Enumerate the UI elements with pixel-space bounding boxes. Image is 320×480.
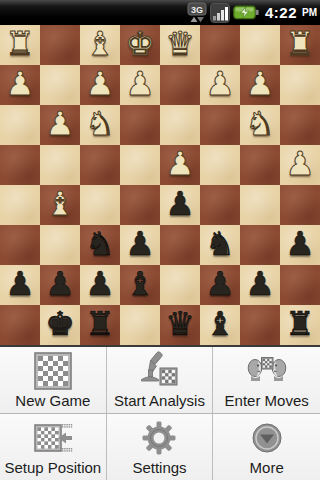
status-time-period: PM: [302, 7, 317, 18]
square-h6[interactable]: [0, 225, 40, 265]
square-d1[interactable]: ♛: [160, 25, 200, 65]
square-h8[interactable]: [0, 305, 40, 345]
square-c6[interactable]: ♞: [200, 225, 240, 265]
square-a6[interactable]: ♟: [280, 225, 320, 265]
gear-icon: [141, 418, 177, 458]
menu-item-label: New Game: [15, 392, 90, 409]
white-rook: ♜: [5, 24, 35, 64]
square-f1[interactable]: ♝: [80, 25, 120, 65]
square-d4[interactable]: ♟: [160, 145, 200, 185]
square-h7[interactable]: ♟: [0, 265, 40, 305]
square-b6[interactable]: [240, 225, 280, 265]
square-e5[interactable]: [120, 185, 160, 225]
white-pawn: ♟: [245, 64, 275, 104]
3g-network-icon: 3G: [187, 2, 207, 23]
white-bishop: ♝: [45, 184, 75, 224]
black-bishop: ♝: [125, 264, 155, 304]
square-b3[interactable]: ♞: [240, 105, 280, 145]
square-f7[interactable]: ♟: [80, 265, 120, 305]
square-h5[interactable]: [0, 185, 40, 225]
square-e3[interactable]: [120, 105, 160, 145]
menu-item-label: Start Analysis: [114, 392, 205, 409]
menu-item-start-analysis[interactable]: Start Analysis: [107, 347, 214, 414]
square-d6[interactable]: [160, 225, 200, 265]
square-c7[interactable]: ♟: [200, 265, 240, 305]
square-d7[interactable]: [160, 265, 200, 305]
setup-icon: [33, 418, 73, 458]
black-pawn: ♟: [5, 264, 35, 304]
square-a4[interactable]: ♟: [280, 145, 320, 185]
more-icon: [249, 418, 285, 458]
square-a5[interactable]: [280, 185, 320, 225]
square-e2[interactable]: ♟: [120, 65, 160, 105]
square-b2[interactable]: ♟: [240, 65, 280, 105]
black-queen: ♛: [165, 304, 195, 344]
black-rook: ♜: [85, 304, 115, 344]
square-e8[interactable]: [120, 305, 160, 345]
menu-item-more[interactable]: More: [213, 414, 320, 480]
white-pawn: ♟: [165, 144, 195, 184]
square-a7[interactable]: [280, 265, 320, 305]
white-pawn: ♟: [205, 64, 235, 104]
square-h2[interactable]: ♟: [0, 65, 40, 105]
square-d2[interactable]: [160, 65, 200, 105]
board-icon: [34, 351, 72, 391]
square-f6[interactable]: ♞: [80, 225, 120, 265]
white-pawn: ♟: [125, 64, 155, 104]
square-e6[interactable]: ♟: [120, 225, 160, 265]
menu-item-setup-position[interactable]: Setup Position: [0, 414, 107, 480]
white-pawn: ♟: [45, 104, 75, 144]
square-b1[interactable]: [240, 25, 280, 65]
white-pawn: ♟: [285, 144, 315, 184]
black-rook: ♜: [285, 304, 315, 344]
menu-item-label: Settings: [132, 459, 186, 476]
square-c8[interactable]: ♝: [200, 305, 240, 345]
square-e1[interactable]: ♚: [120, 25, 160, 65]
chess-board: ♜♝♚♛♜♟♟♟♟♟♟♞♞♟♟♝♟♞♟♞♟♟♟♟♝♟♟♚♜♛♝♜: [0, 25, 320, 345]
black-knight: ♞: [85, 224, 115, 264]
black-pawn: ♟: [245, 264, 275, 304]
battery-charging-icon: [233, 4, 259, 21]
square-c1[interactable]: [200, 25, 240, 65]
square-a2[interactable]: [280, 65, 320, 105]
square-g1[interactable]: [40, 25, 80, 65]
white-queen: ♛: [165, 24, 195, 64]
square-c5[interactable]: [200, 185, 240, 225]
square-f4[interactable]: [80, 145, 120, 185]
square-b7[interactable]: ♟: [240, 265, 280, 305]
options-menu: New GameStart AnalysisEnter MovesSetup P…: [0, 345, 320, 480]
black-pawn: ♟: [85, 264, 115, 304]
square-g8[interactable]: ♚: [40, 305, 80, 345]
square-d3[interactable]: [160, 105, 200, 145]
square-e7[interactable]: ♝: [120, 265, 160, 305]
white-knight: ♞: [85, 104, 115, 144]
square-g6[interactable]: [40, 225, 80, 265]
square-b5[interactable]: [240, 185, 280, 225]
black-pawn: ♟: [285, 224, 315, 264]
square-a1[interactable]: ♜: [280, 25, 320, 65]
square-g4[interactable]: [40, 145, 80, 185]
menu-item-settings[interactable]: Settings: [107, 414, 214, 480]
white-knight: ♞: [245, 104, 275, 144]
black-knight: ♞: [205, 224, 235, 264]
svg-text:3G: 3G: [191, 5, 203, 15]
square-e4[interactable]: [120, 145, 160, 185]
menu-item-enter-moves[interactable]: Enter Moves: [213, 347, 320, 414]
menu-item-label: Setup Position: [4, 459, 101, 476]
menu-item-label: Enter Moves: [225, 392, 309, 409]
black-pawn: ♟: [45, 264, 75, 304]
status-time: 4:22: [265, 4, 297, 21]
square-g5[interactable]: ♝: [40, 185, 80, 225]
signal-strength-icon: [210, 3, 230, 23]
square-g2[interactable]: [40, 65, 80, 105]
white-rook: ♜: [285, 24, 315, 64]
black-pawn: ♟: [205, 264, 235, 304]
square-f3[interactable]: ♞: [80, 105, 120, 145]
square-a3[interactable]: [280, 105, 320, 145]
square-b4[interactable]: [240, 145, 280, 185]
square-d8[interactable]: ♛: [160, 305, 200, 345]
white-bishop: ♝: [85, 24, 115, 64]
black-pawn: ♟: [165, 184, 195, 224]
square-h3[interactable]: [0, 105, 40, 145]
square-d5[interactable]: ♟: [160, 185, 200, 225]
square-f8[interactable]: ♜: [80, 305, 120, 345]
square-c2[interactable]: ♟: [200, 65, 240, 105]
square-c3[interactable]: [200, 105, 240, 145]
square-b8[interactable]: [240, 305, 280, 345]
status-bar: 3G 4:22 PM: [0, 0, 320, 25]
square-f5[interactable]: [80, 185, 120, 225]
square-f2[interactable]: ♟: [80, 65, 120, 105]
black-king: ♚: [45, 304, 75, 344]
black-pawn: ♟: [125, 224, 155, 264]
menu-item-new-game[interactable]: New Game: [0, 347, 107, 414]
white-pawn: ♟: [5, 64, 35, 104]
white-pawn: ♟: [85, 64, 115, 104]
black-bishop: ♝: [205, 304, 235, 344]
square-h4[interactable]: [0, 145, 40, 185]
faces-icon: [247, 351, 287, 391]
menu-item-label: More: [250, 459, 284, 476]
phone-screen: 3G 4:22 PM ♜♝♚♛♜♟♟♟♟♟♟♞♞♟♟♝: [0, 0, 320, 480]
square-c4[interactable]: [200, 145, 240, 185]
white-king: ♚: [125, 24, 155, 64]
square-a8[interactable]: ♜: [280, 305, 320, 345]
square-h1[interactable]: ♜: [0, 25, 40, 65]
square-g7[interactable]: ♟: [40, 265, 80, 305]
square-g3[interactable]: ♟: [40, 105, 80, 145]
analysis-icon: [139, 351, 179, 391]
